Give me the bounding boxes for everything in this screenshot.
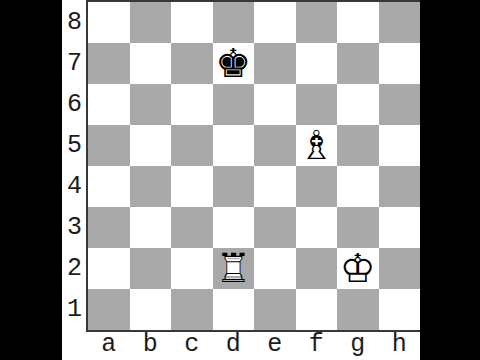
square-g1	[337, 289, 379, 330]
file-label-b: b	[130, 330, 172, 359]
square-g4	[337, 166, 379, 207]
rank-label-3: 3	[62, 207, 82, 248]
square-g8	[337, 2, 379, 43]
square-h1	[379, 289, 421, 330]
square-a7	[88, 43, 130, 84]
square-g5	[337, 125, 379, 166]
square-h2	[379, 248, 421, 289]
square-e3	[254, 207, 296, 248]
square-b4	[130, 166, 172, 207]
square-f7	[296, 43, 338, 84]
white-bishop-glyph: ♗	[296, 124, 338, 165]
square-c4	[171, 166, 213, 207]
square-b6	[130, 84, 172, 125]
square-g6	[337, 84, 379, 125]
square-d6	[213, 84, 255, 125]
square-d4	[213, 166, 255, 207]
square-a2	[88, 248, 130, 289]
square-h7	[379, 43, 421, 84]
file-label-d: d	[213, 330, 255, 359]
square-f6	[296, 84, 338, 125]
square-h6	[379, 84, 421, 125]
white-rook: ♜♖	[213, 248, 255, 289]
square-h5	[379, 125, 421, 166]
square-h8	[379, 2, 421, 43]
square-c5	[171, 125, 213, 166]
square-d1	[213, 289, 255, 330]
square-d7: ♚	[213, 43, 255, 84]
white-king: ♚♔	[337, 248, 379, 289]
square-e6	[254, 84, 296, 125]
square-h4	[379, 166, 421, 207]
square-e4	[254, 166, 296, 207]
square-g2: ♚♔	[337, 248, 379, 289]
white-bishop: ♝♗	[296, 125, 338, 166]
square-a4	[88, 166, 130, 207]
square-h3	[379, 207, 421, 248]
diagram-background: 87654321 ♚♝♗♜♖♚♔ abcdefgh	[62, 0, 420, 360]
square-d8	[213, 2, 255, 43]
square-d3	[213, 207, 255, 248]
square-c3	[171, 207, 213, 248]
file-label-h: h	[379, 330, 421, 359]
square-g3	[337, 207, 379, 248]
square-e5	[254, 125, 296, 166]
letterbox-right-bar	[420, 0, 480, 360]
black-king-glyph: ♚	[213, 42, 255, 83]
white-rook-glyph: ♖	[213, 247, 255, 288]
square-c8	[171, 2, 213, 43]
rank-label-1: 1	[62, 289, 82, 330]
square-g7	[337, 43, 379, 84]
square-a3	[88, 207, 130, 248]
square-e7	[254, 43, 296, 84]
square-a6	[88, 84, 130, 125]
white-king-glyph: ♔	[337, 247, 379, 288]
square-a5	[88, 125, 130, 166]
rank-label-7: 7	[62, 43, 82, 84]
chess-board: ♚♝♗♜♖♚♔	[86, 0, 420, 332]
file-labels: abcdefgh	[88, 330, 420, 357]
rank-labels: 87654321	[62, 2, 82, 330]
square-a1	[88, 289, 130, 330]
square-d2: ♜♖	[213, 248, 255, 289]
square-a8	[88, 2, 130, 43]
square-f8	[296, 2, 338, 43]
file-label-a: a	[88, 330, 130, 359]
rank-label-8: 8	[62, 2, 82, 43]
file-label-g: g	[337, 330, 379, 359]
square-f4	[296, 166, 338, 207]
file-label-e: e	[254, 330, 296, 359]
square-b5	[130, 125, 172, 166]
square-c6	[171, 84, 213, 125]
rank-label-4: 4	[62, 166, 82, 207]
square-b1	[130, 289, 172, 330]
rank-label-5: 5	[62, 125, 82, 166]
square-f5: ♝♗	[296, 125, 338, 166]
square-c2	[171, 248, 213, 289]
square-b7	[130, 43, 172, 84]
square-c7	[171, 43, 213, 84]
rank-label-6: 6	[62, 84, 82, 125]
square-f2	[296, 248, 338, 289]
rank-label-2: 2	[62, 248, 82, 289]
chess-diagram-frame: { "game": "chess", "position": { "fen": …	[0, 0, 480, 360]
file-label-f: f	[296, 330, 338, 359]
square-b8	[130, 2, 172, 43]
file-label-c: c	[171, 330, 213, 359]
square-e2	[254, 248, 296, 289]
square-c1	[171, 289, 213, 330]
square-b3	[130, 207, 172, 248]
square-d5	[213, 125, 255, 166]
square-e8	[254, 2, 296, 43]
square-f1	[296, 289, 338, 330]
square-e1	[254, 289, 296, 330]
black-king: ♚	[213, 43, 255, 84]
square-b2	[130, 248, 172, 289]
letterbox-left-bar	[0, 0, 62, 360]
square-f3	[296, 207, 338, 248]
